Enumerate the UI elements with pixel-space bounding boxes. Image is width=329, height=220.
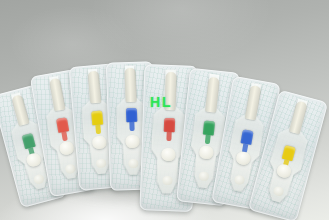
needle-shield [124, 68, 136, 102]
catheter-hub-stem [166, 131, 171, 140]
catheter-hub [203, 120, 215, 135]
catheter-hub [163, 117, 174, 131]
luer-end [162, 176, 172, 185]
watermark-text: HL [150, 94, 173, 110]
photo-iv-cannula-packs: HL [0, 0, 329, 220]
catheter-hub-stem [205, 135, 211, 144]
catheter-hub-stem [129, 122, 134, 131]
catheter-hub [56, 118, 69, 134]
flash-chamber-plug [125, 135, 139, 148]
catheter-hub [125, 108, 136, 122]
flash-chamber-plug [161, 148, 175, 161]
catheter-hub-stem [95, 125, 101, 134]
luer-end [128, 159, 138, 168]
catheter-hub [91, 110, 103, 125]
